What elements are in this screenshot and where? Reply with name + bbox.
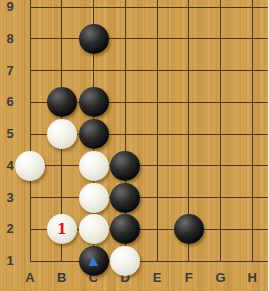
stone-white-c2[interactable] (79, 214, 109, 244)
stone-black-c5[interactable] (79, 119, 109, 149)
row-label-7: 7 (0, 63, 20, 79)
stone-black-d4[interactable] (110, 151, 140, 181)
row-label-9: 9 (0, 0, 20, 15)
stone-black-d3[interactable] (110, 183, 140, 213)
row-label-2: 2 (0, 221, 20, 237)
grid-line-horizontal (30, 165, 269, 166)
stone-black-c6[interactable] (79, 87, 109, 117)
column-label-E: E (147, 270, 167, 286)
stone-white-a4[interactable] (15, 151, 45, 181)
column-label-B: B (52, 270, 72, 286)
stone-white-d1[interactable] (110, 246, 140, 276)
grid-line-horizontal (30, 70, 269, 71)
go-board[interactable]: 987654321ABCDEFGH 1▲ (0, 0, 268, 291)
grid-line-horizontal (30, 7, 269, 8)
grid-line-horizontal (30, 261, 269, 262)
column-label-H: H (242, 270, 262, 286)
grid-line-horizontal (30, 38, 269, 39)
stone-black-c8[interactable] (79, 24, 109, 54)
row-label-3: 3 (0, 190, 20, 206)
stone-black-b6[interactable] (47, 87, 77, 117)
row-label-8: 8 (0, 31, 20, 47)
stone-black-f2[interactable] (174, 214, 204, 244)
column-label-G: G (211, 270, 231, 286)
column-label-F: F (179, 270, 199, 286)
row-label-6: 6 (0, 94, 20, 110)
stone-white-b5[interactable] (47, 119, 77, 149)
column-label-A: A (20, 270, 40, 286)
row-label-1: 1 (0, 253, 20, 269)
stone-white-b2[interactable] (47, 214, 77, 244)
stone-black-c1[interactable] (79, 246, 109, 276)
stone-black-d2[interactable] (110, 214, 140, 244)
grid-line-horizontal (30, 197, 269, 198)
stone-white-c3[interactable] (79, 183, 109, 213)
stone-white-c4[interactable] (79, 151, 109, 181)
row-label-5: 5 (0, 126, 20, 142)
